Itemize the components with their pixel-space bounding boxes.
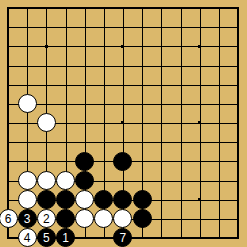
black-stone [133, 209, 152, 228]
white-stone [18, 94, 37, 113]
white-stone [18, 171, 37, 190]
star-point [198, 198, 201, 201]
black-stone [37, 190, 56, 209]
black-stone [56, 209, 75, 228]
white-stone-move-2: 2 [37, 209, 56, 228]
black-stone [113, 152, 132, 171]
black-stone-move-3: 3 [18, 209, 37, 228]
black-stone-move-5: 5 [37, 228, 56, 247]
star-point [45, 45, 48, 48]
star-point [121, 45, 124, 48]
intersections-layer: 6324517 [0, 0, 247, 247]
star-point [198, 45, 201, 48]
white-stone [37, 171, 56, 190]
go-diagram: 6324517 [0, 0, 247, 247]
star-point [198, 121, 201, 124]
white-stone [37, 113, 56, 132]
white-stone [75, 190, 94, 209]
white-stone-move-6: 6 [0, 209, 18, 228]
go-board[interactable]: 6324517 [0, 0, 247, 247]
black-stone-move-1: 1 [56, 228, 75, 247]
black-stone [94, 190, 113, 209]
black-stone-move-7: 7 [113, 228, 132, 247]
white-stone [113, 209, 132, 228]
black-stone [113, 190, 132, 209]
black-stone [133, 190, 152, 209]
black-stone [75, 171, 94, 190]
white-stone [75, 209, 94, 228]
black-stone [75, 152, 94, 171]
star-point [121, 121, 124, 124]
white-stone [94, 209, 113, 228]
white-stone [18, 190, 37, 209]
white-stone-move-4: 4 [18, 228, 37, 247]
black-stone [56, 190, 75, 209]
white-stone [56, 171, 75, 190]
